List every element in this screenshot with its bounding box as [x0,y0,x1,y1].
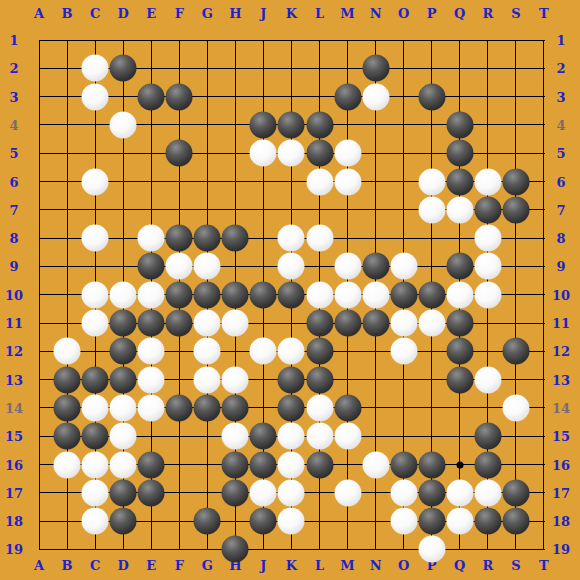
black-stone-D2 [110,55,137,82]
white-stone-B12 [54,338,81,365]
hoshi-dot-Q16 [456,461,463,468]
col-label-bottom-C: C [90,558,100,571]
white-stone-J12 [250,338,277,365]
white-stone-O12 [390,338,417,365]
black-stone-N11 [362,310,389,337]
row-label-right-12: 12 [552,345,570,358]
row-label-right-10: 10 [552,288,570,301]
black-stone-E16 [138,451,165,478]
black-stone-O16 [390,451,417,478]
row-label-right-9: 9 [556,260,565,273]
white-stone-S14 [502,394,529,421]
grid-hline [39,96,545,97]
white-stone-C6 [82,168,109,195]
row-label-left-14: 14 [5,401,23,414]
white-stone-G12 [194,338,221,365]
black-stone-E9 [138,253,165,280]
white-stone-K5 [278,140,305,167]
row-label-right-16: 16 [552,458,570,471]
black-stone-N9 [362,253,389,280]
col-label-top-Q: Q [454,7,465,20]
black-stone-R16 [474,451,501,478]
col-label-bottom-B: B [62,558,73,571]
black-stone-B13 [54,366,81,393]
white-stone-D16 [110,451,137,478]
black-stone-M3 [334,83,361,110]
white-stone-R8 [474,225,501,252]
col-label-bottom-M: M [340,558,354,571]
black-stone-R7 [474,196,501,223]
col-label-bottom-S: S [511,558,520,571]
black-stone-K10 [278,281,305,308]
white-stone-O9 [390,253,417,280]
black-stone-B15 [54,423,81,450]
black-stone-O10 [390,281,417,308]
go-board[interactable]: AABBCCDDEEFFGGHHJJKKLLMMNNOOPPQQRRSSTT11… [0,0,580,580]
black-stone-D17 [110,479,137,506]
white-stone-C10 [82,281,109,308]
white-stone-L10 [306,281,333,308]
row-label-left-17: 17 [5,486,23,499]
black-stone-D12 [110,338,137,365]
col-label-bottom-O: O [398,558,409,571]
black-stone-D11 [110,310,137,337]
white-stone-K15 [278,423,305,450]
row-label-right-2: 2 [556,62,565,75]
white-stone-N10 [362,281,389,308]
black-stone-F10 [166,281,193,308]
black-stone-K14 [278,394,305,421]
white-stone-B16 [54,451,81,478]
white-stone-O18 [390,508,417,535]
white-stone-P11 [418,310,445,337]
white-stone-C14 [82,394,109,421]
row-label-right-6: 6 [556,175,565,188]
row-label-right-13: 13 [552,373,570,386]
white-stone-G9 [194,253,221,280]
col-label-top-D: D [118,7,129,20]
row-label-right-15: 15 [552,430,570,443]
row-label-left-1: 1 [9,34,18,47]
col-label-bottom-G: G [202,558,213,571]
col-label-top-B: B [62,7,73,20]
row-label-left-8: 8 [9,232,18,245]
white-stone-C16 [82,451,109,478]
col-label-top-A: A [34,7,44,20]
white-stone-M9 [334,253,361,280]
white-stone-P19 [418,536,445,563]
black-stone-J18 [250,508,277,535]
black-stone-S12 [502,338,529,365]
black-stone-K4 [278,111,305,138]
black-stone-J4 [250,111,277,138]
white-stone-M17 [334,479,361,506]
black-stone-J10 [250,281,277,308]
white-stone-J17 [250,479,277,506]
white-stone-G11 [194,310,221,337]
black-stone-D13 [110,366,137,393]
black-stone-S18 [502,508,529,535]
col-label-bottom-E: E [146,558,156,571]
col-label-bottom-K: K [286,558,297,571]
black-stone-E3 [138,83,165,110]
white-stone-L8 [306,225,333,252]
white-stone-D10 [110,281,137,308]
white-stone-J5 [250,140,277,167]
white-stone-H13 [222,366,249,393]
white-stone-Q10 [446,281,473,308]
col-label-bottom-F: F [175,558,184,571]
black-stone-L12 [306,338,333,365]
col-label-top-K: K [286,7,297,20]
black-stone-M14 [334,394,361,421]
white-stone-F9 [166,253,193,280]
black-stone-F11 [166,310,193,337]
black-stone-B14 [54,394,81,421]
col-label-top-O: O [398,7,409,20]
black-stone-R18 [474,508,501,535]
row-label-left-4: 4 [9,118,18,131]
black-stone-H10 [222,281,249,308]
row-label-left-19: 19 [5,543,23,556]
white-stone-R10 [474,281,501,308]
white-stone-C8 [82,225,109,252]
row-label-right-14: 14 [552,401,570,414]
white-stone-D15 [110,423,137,450]
black-stone-D18 [110,508,137,535]
white-stone-E8 [138,225,165,252]
grid-vline [39,40,40,550]
white-stone-E14 [138,394,165,421]
col-label-bottom-L: L [315,558,324,571]
black-stone-Q13 [446,366,473,393]
col-label-top-P: P [427,7,437,20]
black-stone-G8 [194,225,221,252]
black-stone-Q4 [446,111,473,138]
row-label-left-16: 16 [5,458,23,471]
white-stone-R17 [474,479,501,506]
col-label-top-E: E [146,7,156,20]
grid-hline [39,549,545,550]
row-label-right-17: 17 [552,486,570,499]
black-stone-Q12 [446,338,473,365]
white-stone-M10 [334,281,361,308]
black-stone-M11 [334,310,361,337]
row-label-left-9: 9 [9,260,18,273]
white-stone-O11 [390,310,417,337]
white-stone-K9 [278,253,305,280]
white-stone-Q7 [446,196,473,223]
white-stone-K8 [278,225,305,252]
col-label-top-F: F [175,7,184,20]
white-stone-N3 [362,83,389,110]
black-stone-Q11 [446,310,473,337]
black-stone-L5 [306,140,333,167]
white-stone-C11 [82,310,109,337]
col-label-top-G: G [202,7,213,20]
col-label-top-N: N [370,7,382,20]
white-stone-O17 [390,479,417,506]
white-stone-K12 [278,338,305,365]
row-label-left-3: 3 [9,90,18,103]
white-stone-L15 [306,423,333,450]
black-stone-L4 [306,111,333,138]
col-label-top-S: S [511,7,520,20]
row-label-right-5: 5 [556,147,565,160]
black-stone-E11 [138,310,165,337]
white-stone-L6 [306,168,333,195]
white-stone-M6 [334,168,361,195]
col-label-top-R: R [482,7,493,20]
row-label-right-18: 18 [552,515,570,528]
go-board-screenshot: AABBCCDDEEFFGGHHJJKKLLMMNNOOPPQQRRSSTT11… [0,0,580,580]
black-stone-G10 [194,281,221,308]
col-label-bottom-A: A [34,558,44,571]
white-stone-L14 [306,394,333,421]
row-label-left-2: 2 [9,62,18,75]
white-stone-R13 [474,366,501,393]
row-label-left-7: 7 [9,203,18,216]
black-stone-L11 [306,310,333,337]
white-stone-D4 [110,111,137,138]
white-stone-K17 [278,479,305,506]
white-stone-C2 [82,55,109,82]
row-label-left-13: 13 [5,373,23,386]
col-label-top-J: J [260,7,266,20]
black-stone-F5 [166,140,193,167]
white-stone-P6 [418,168,445,195]
black-stone-H17 [222,479,249,506]
black-stone-H16 [222,451,249,478]
white-stone-D14 [110,394,137,421]
white-stone-N16 [362,451,389,478]
black-stone-F8 [166,225,193,252]
black-stone-C13 [82,366,109,393]
row-label-right-1: 1 [556,34,565,47]
white-stone-C18 [82,508,109,535]
white-stone-H15 [222,423,249,450]
white-stone-C17 [82,479,109,506]
row-label-left-5: 5 [9,147,18,160]
black-stone-G14 [194,394,221,421]
col-label-bottom-J: J [260,558,266,571]
black-stone-F3 [166,83,193,110]
col-label-bottom-R: R [482,558,493,571]
black-stone-E17 [138,479,165,506]
white-stone-Q17 [446,479,473,506]
col-label-bottom-Q: Q [454,558,465,571]
row-label-right-3: 3 [556,90,565,103]
black-stone-P18 [418,508,445,535]
black-stone-H19 [222,536,249,563]
white-stone-P7 [418,196,445,223]
row-label-left-6: 6 [9,175,18,188]
row-label-left-11: 11 [5,317,23,330]
black-stone-H8 [222,225,249,252]
col-label-top-C: C [90,7,100,20]
row-label-right-11: 11 [552,317,570,330]
black-stone-S17 [502,479,529,506]
black-stone-J16 [250,451,277,478]
black-stone-N2 [362,55,389,82]
row-label-right-7: 7 [556,203,565,216]
row-label-left-12: 12 [5,345,23,358]
white-stone-E10 [138,281,165,308]
white-stone-C3 [82,83,109,110]
black-stone-H14 [222,394,249,421]
col-label-bottom-N: N [370,558,382,571]
white-stone-E12 [138,338,165,365]
col-label-top-M: M [340,7,354,20]
white-stone-K16 [278,451,305,478]
black-stone-J15 [250,423,277,450]
white-stone-M5 [334,140,361,167]
black-stone-F14 [166,394,193,421]
black-stone-K13 [278,366,305,393]
black-stone-C15 [82,423,109,450]
black-stone-P10 [418,281,445,308]
white-stone-K18 [278,508,305,535]
black-stone-S7 [502,196,529,223]
white-stone-H11 [222,310,249,337]
col-label-top-L: L [315,7,324,20]
grid-hline [39,40,545,41]
black-stone-P3 [418,83,445,110]
row-label-right-19: 19 [552,543,570,556]
row-label-left-18: 18 [5,515,23,528]
col-label-top-H: H [229,7,241,20]
black-stone-G18 [194,508,221,535]
grid-vline [515,40,516,550]
white-stone-G13 [194,366,221,393]
col-label-bottom-T: T [539,558,549,571]
white-stone-M15 [334,423,361,450]
black-stone-L16 [306,451,333,478]
row-label-right-8: 8 [556,232,565,245]
black-stone-P17 [418,479,445,506]
row-label-right-4: 4 [556,118,565,131]
grid-vline [543,40,544,550]
col-label-top-T: T [539,7,549,20]
black-stone-Q9 [446,253,473,280]
black-stone-L13 [306,366,333,393]
black-stone-P16 [418,451,445,478]
white-stone-Q18 [446,508,473,535]
white-stone-E13 [138,366,165,393]
col-label-bottom-D: D [118,558,129,571]
white-stone-R9 [474,253,501,280]
black-stone-Q6 [446,168,473,195]
black-stone-R15 [474,423,501,450]
black-stone-S6 [502,168,529,195]
black-stone-Q5 [446,140,473,167]
row-label-left-15: 15 [5,430,23,443]
white-stone-R6 [474,168,501,195]
row-label-left-10: 10 [5,288,23,301]
